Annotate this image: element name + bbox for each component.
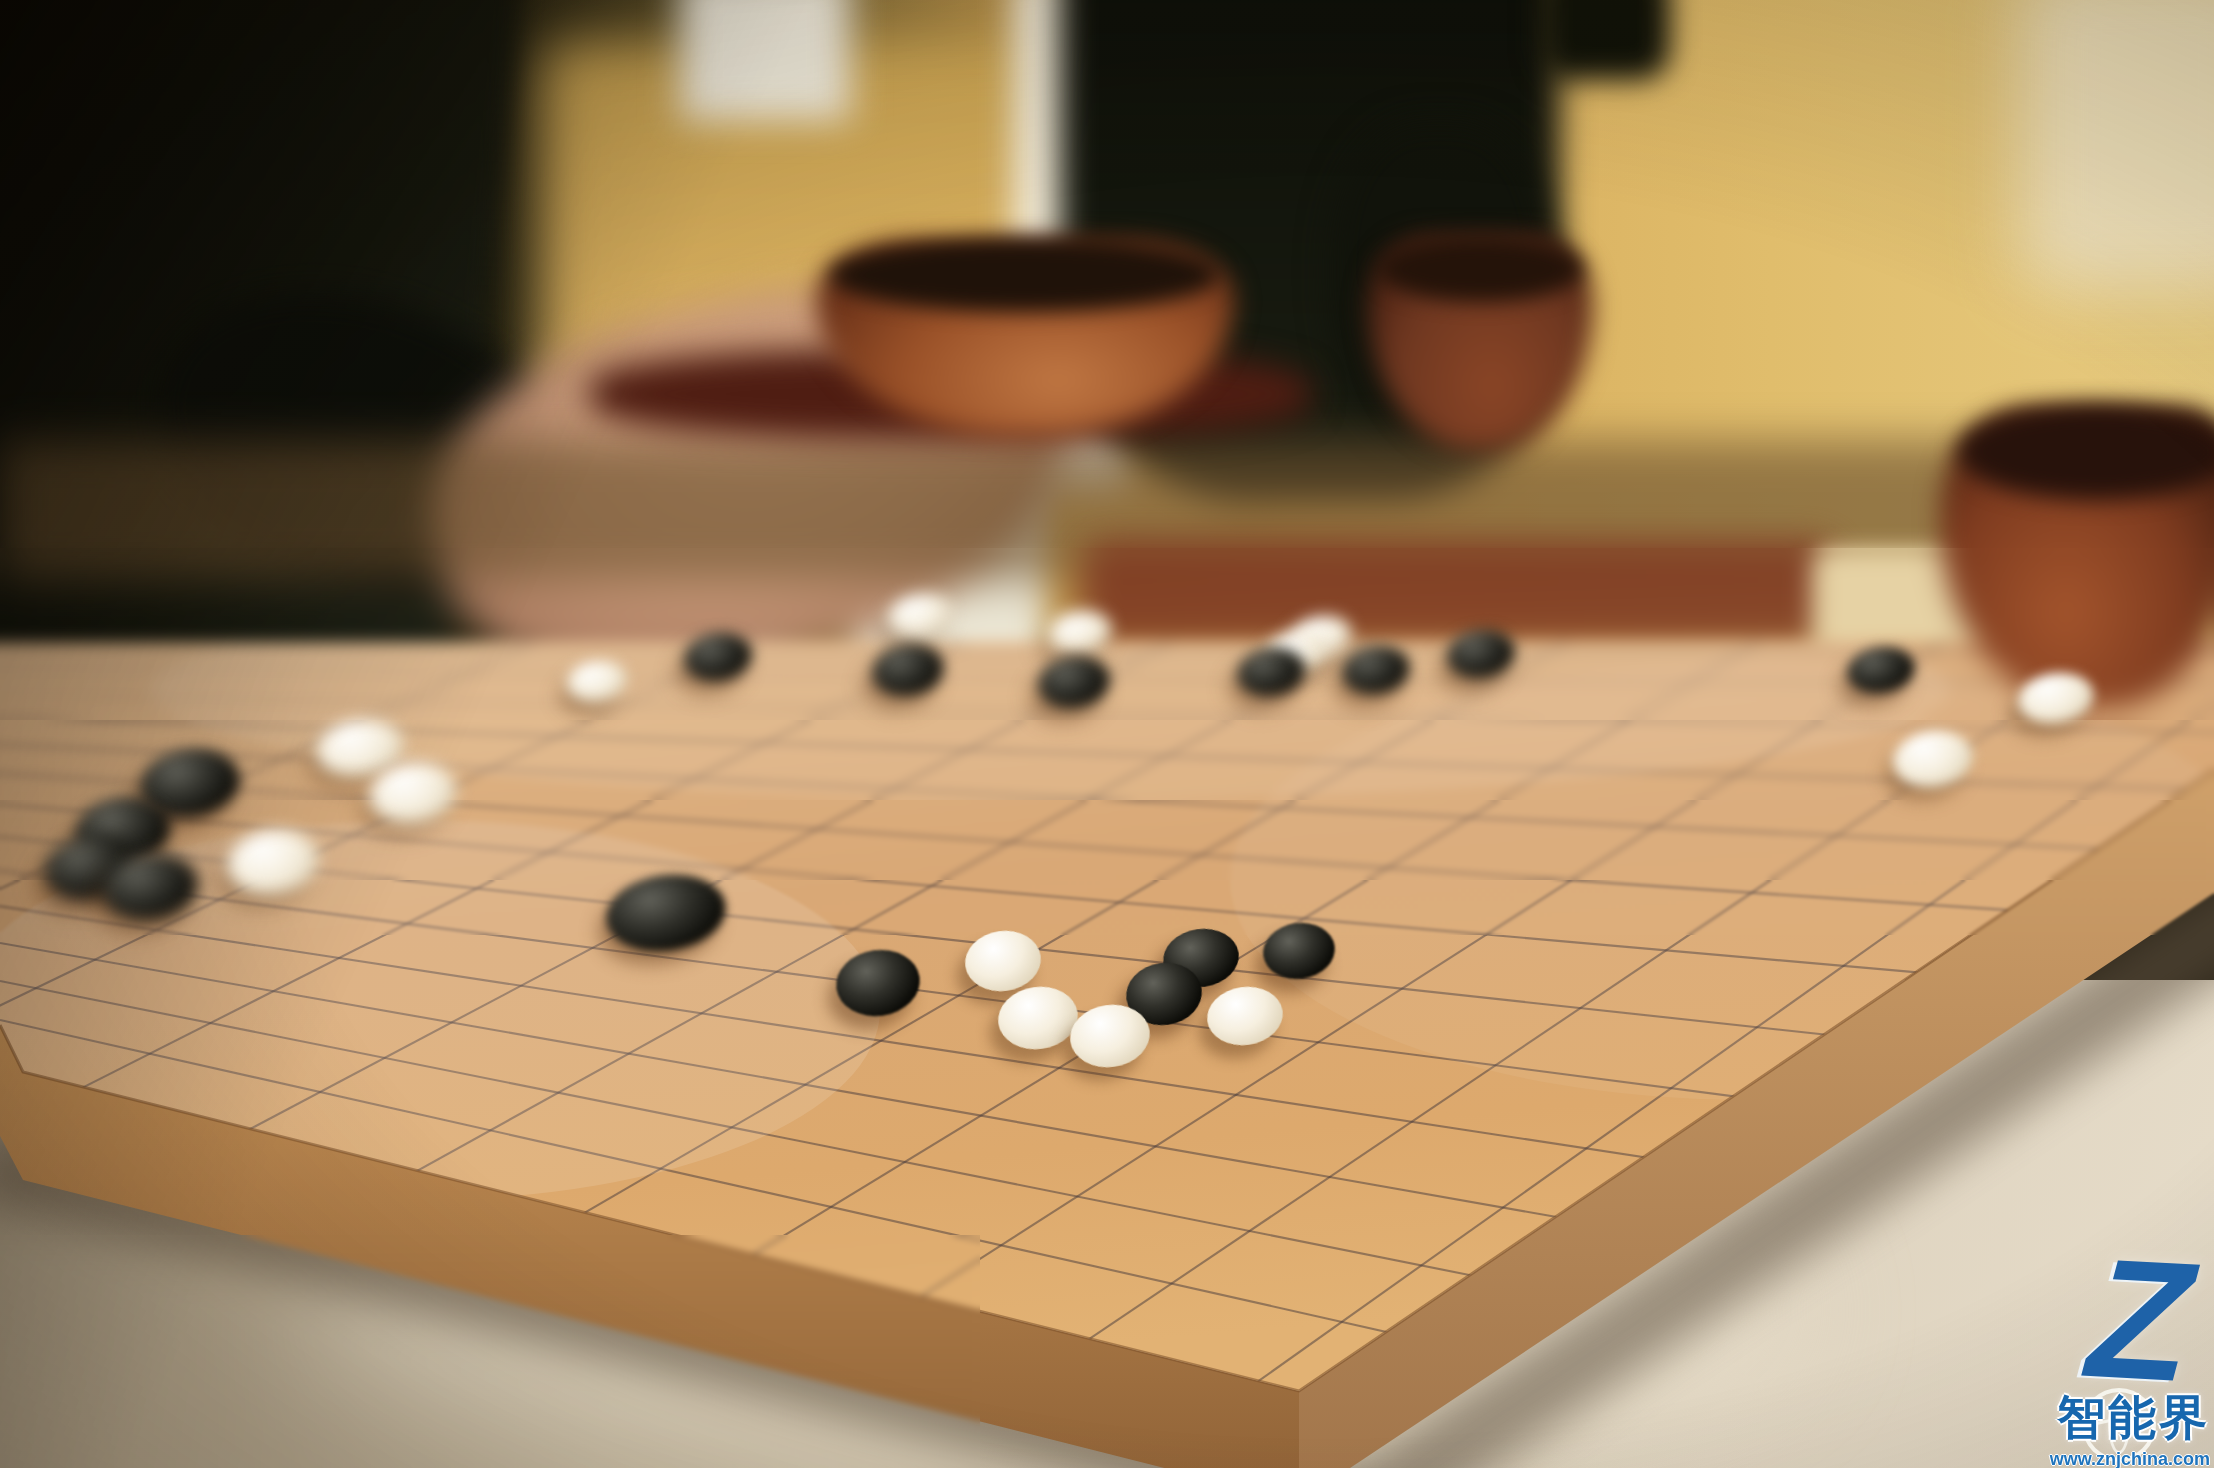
stone-white[interactable] <box>994 982 1082 1055</box>
stone-white[interactable] <box>1045 607 1114 657</box>
stone-black[interactable] <box>1035 651 1114 713</box>
stone-white[interactable] <box>565 657 630 705</box>
stone-white[interactable] <box>961 926 1045 996</box>
stone-black[interactable] <box>601 867 730 959</box>
stone-white[interactable] <box>223 824 323 900</box>
stone-black[interactable] <box>1259 918 1338 983</box>
stone-black[interactable] <box>1339 642 1413 699</box>
stone-black[interactable] <box>1844 642 1918 697</box>
stone-black[interactable] <box>832 944 924 1021</box>
stone-white[interactable] <box>1889 726 1976 793</box>
stone-black[interactable] <box>681 629 755 686</box>
stones-layer <box>0 0 2214 1468</box>
stone-black[interactable] <box>869 639 948 701</box>
stone-white[interactable] <box>2015 668 2097 728</box>
stone-black[interactable] <box>1444 626 1518 683</box>
go-game-photo: Z 智能界 www.znjchina.com <box>0 0 2214 1468</box>
stone-white[interactable] <box>885 591 954 641</box>
stone-white[interactable] <box>1203 982 1286 1050</box>
